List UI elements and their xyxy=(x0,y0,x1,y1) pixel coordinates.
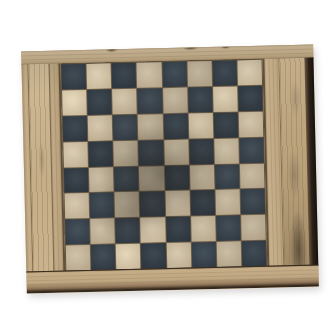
square-b4[interactable] xyxy=(89,167,114,192)
square-b1[interactable] xyxy=(91,244,116,269)
square-g8[interactable] xyxy=(212,60,237,85)
square-c7[interactable] xyxy=(112,89,137,114)
square-c1[interactable] xyxy=(116,244,141,269)
square-h6[interactable] xyxy=(239,112,264,137)
square-b8[interactable] xyxy=(87,63,112,88)
square-h4[interactable] xyxy=(240,163,265,188)
square-h7[interactable] xyxy=(238,86,263,111)
square-c8[interactable] xyxy=(112,63,137,88)
square-a5[interactable] xyxy=(63,142,88,167)
square-h1[interactable] xyxy=(242,241,267,266)
square-h5[interactable] xyxy=(239,137,264,162)
checkerboard xyxy=(60,59,267,272)
square-a6[interactable] xyxy=(63,116,88,141)
square-c2[interactable] xyxy=(115,218,140,243)
square-a7[interactable] xyxy=(62,90,87,115)
square-d7[interactable] xyxy=(137,88,162,113)
square-h3[interactable] xyxy=(240,189,265,214)
square-e4[interactable] xyxy=(164,165,189,190)
square-c5[interactable] xyxy=(114,140,139,165)
square-f6[interactable] xyxy=(188,113,213,138)
square-d8[interactable] xyxy=(137,62,162,87)
photo-background xyxy=(0,0,332,332)
square-h2[interactable] xyxy=(241,215,266,240)
square-b6[interactable] xyxy=(88,115,113,140)
square-g4[interactable] xyxy=(215,164,240,189)
square-e6[interactable] xyxy=(163,113,188,138)
square-f4[interactable] xyxy=(190,164,215,189)
square-h8[interactable] xyxy=(237,60,262,85)
square-g3[interactable] xyxy=(215,190,240,215)
square-e7[interactable] xyxy=(163,87,188,112)
square-d3[interactable] xyxy=(140,192,165,217)
square-d2[interactable] xyxy=(141,217,166,242)
square-f2[interactable] xyxy=(191,216,216,241)
square-f1[interactable] xyxy=(191,242,216,267)
square-g1[interactable] xyxy=(216,241,241,266)
square-e2[interactable] xyxy=(166,217,191,242)
square-f5[interactable] xyxy=(189,139,214,164)
square-e5[interactable] xyxy=(164,139,189,164)
square-d4[interactable] xyxy=(139,166,164,191)
square-g6[interactable] xyxy=(213,112,238,137)
square-d5[interactable] xyxy=(139,140,164,165)
square-a1[interactable] xyxy=(66,245,91,270)
frame-left-side xyxy=(21,64,65,273)
square-e1[interactable] xyxy=(166,243,191,268)
square-e8[interactable] xyxy=(162,62,187,87)
square-b5[interactable] xyxy=(88,141,113,166)
square-g7[interactable] xyxy=(213,86,238,111)
square-e3[interactable] xyxy=(165,191,190,216)
frame-right-side xyxy=(262,58,318,267)
square-a3[interactable] xyxy=(65,193,90,218)
square-g2[interactable] xyxy=(216,216,241,241)
square-c3[interactable] xyxy=(115,192,140,217)
square-b3[interactable] xyxy=(90,193,115,218)
game-board-tray xyxy=(21,45,319,294)
square-d6[interactable] xyxy=(138,114,163,139)
square-f3[interactable] xyxy=(190,190,215,215)
square-f7[interactable] xyxy=(188,87,213,112)
square-c6[interactable] xyxy=(113,115,138,140)
square-a4[interactable] xyxy=(64,167,89,192)
square-b7[interactable] xyxy=(87,89,112,114)
square-b2[interactable] xyxy=(90,219,115,244)
square-c4[interactable] xyxy=(114,166,139,191)
square-d1[interactable] xyxy=(141,243,166,268)
square-f8[interactable] xyxy=(187,61,212,86)
square-a2[interactable] xyxy=(65,219,90,244)
square-a8[interactable] xyxy=(62,64,87,89)
square-g5[interactable] xyxy=(214,138,239,163)
